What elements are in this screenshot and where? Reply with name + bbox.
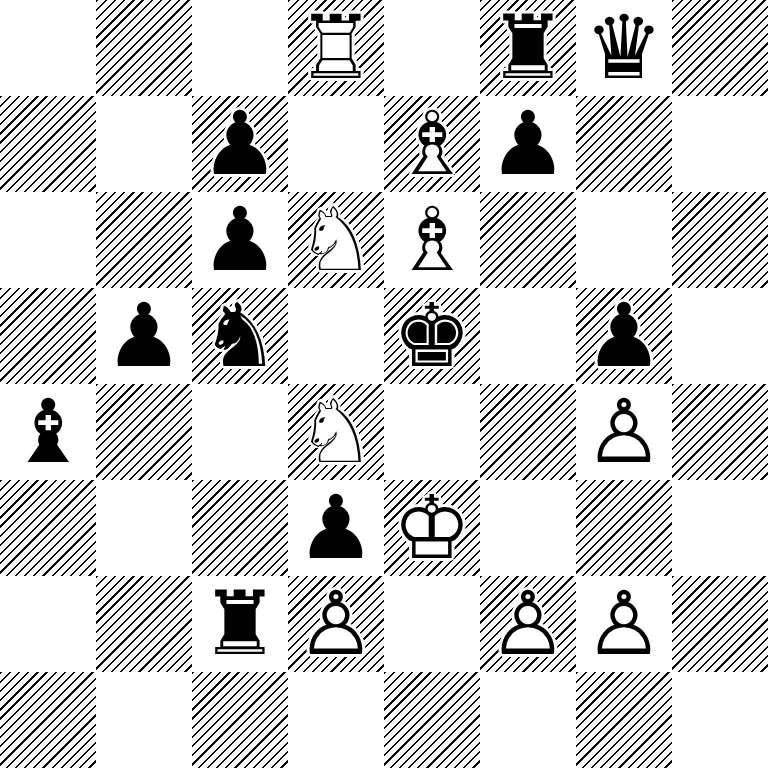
piece-glyph: ♙ bbox=[576, 384, 672, 480]
piece-black-pawn[interactable]: ♟♟ bbox=[288, 480, 384, 576]
square-d7[interactable] bbox=[288, 96, 384, 192]
square-a6[interactable] bbox=[0, 192, 96, 288]
square-f7[interactable]: ♟♟ bbox=[480, 96, 576, 192]
square-e5[interactable]: ♚♚ bbox=[384, 288, 480, 384]
square-h3[interactable] bbox=[672, 480, 768, 576]
square-g3[interactable] bbox=[576, 480, 672, 576]
square-g5[interactable]: ♟♟ bbox=[576, 288, 672, 384]
piece-black-rook[interactable]: ♜♜ bbox=[480, 0, 576, 96]
square-d2[interactable]: ♟♙ bbox=[288, 576, 384, 672]
piece-white-knight[interactable]: ♞♘ bbox=[288, 192, 384, 288]
piece-glyph: ♛ bbox=[576, 0, 672, 96]
square-g6[interactable] bbox=[576, 192, 672, 288]
piece-white-pawn[interactable]: ♟♙ bbox=[576, 384, 672, 480]
square-f1[interactable] bbox=[480, 672, 576, 768]
square-h7[interactable] bbox=[672, 96, 768, 192]
piece-glyph: ♙ bbox=[288, 576, 384, 672]
square-d8[interactable]: ♜♖ bbox=[288, 0, 384, 96]
square-c2[interactable]: ♜♜ bbox=[192, 576, 288, 672]
piece-white-knight[interactable]: ♞♘ bbox=[288, 384, 384, 480]
square-h8[interactable] bbox=[672, 0, 768, 96]
piece-glyph: ♚ bbox=[384, 288, 480, 384]
piece-glyph: ♗ bbox=[384, 96, 480, 192]
piece-black-pawn[interactable]: ♟♟ bbox=[480, 96, 576, 192]
square-f8[interactable]: ♜♜ bbox=[480, 0, 576, 96]
square-g4[interactable]: ♟♙ bbox=[576, 384, 672, 480]
chess-board: ♜♖♜♜♛♛♟♟♝♗♟♟♟♟♞♘♝♗♟♟♞♞♚♚♟♟♝♝♞♘♟♙♟♟♚♔♜♜♟♙… bbox=[0, 0, 768, 768]
square-b1[interactable] bbox=[96, 672, 192, 768]
square-e8[interactable] bbox=[384, 0, 480, 96]
square-g2[interactable]: ♟♙ bbox=[576, 576, 672, 672]
square-a3[interactable] bbox=[0, 480, 96, 576]
square-b8[interactable] bbox=[96, 0, 192, 96]
square-a8[interactable] bbox=[0, 0, 96, 96]
piece-black-king[interactable]: ♚♚ bbox=[384, 288, 480, 384]
square-f5[interactable] bbox=[480, 288, 576, 384]
piece-glyph: ♖ bbox=[288, 0, 384, 96]
piece-black-pawn[interactable]: ♟♟ bbox=[96, 288, 192, 384]
piece-black-rook[interactable]: ♜♜ bbox=[192, 576, 288, 672]
piece-glyph: ♟ bbox=[576, 288, 672, 384]
piece-white-bishop[interactable]: ♝♗ bbox=[384, 192, 480, 288]
piece-white-pawn[interactable]: ♟♙ bbox=[288, 576, 384, 672]
square-f4[interactable] bbox=[480, 384, 576, 480]
piece-glyph: ♟ bbox=[96, 288, 192, 384]
piece-glyph: ♘ bbox=[288, 384, 384, 480]
square-a2[interactable] bbox=[0, 576, 96, 672]
square-d5[interactable] bbox=[288, 288, 384, 384]
square-e3[interactable]: ♚♔ bbox=[384, 480, 480, 576]
square-b5[interactable]: ♟♟ bbox=[96, 288, 192, 384]
piece-glyph: ♟ bbox=[192, 96, 288, 192]
piece-glyph: ♔ bbox=[384, 480, 480, 576]
square-d6[interactable]: ♞♘ bbox=[288, 192, 384, 288]
square-c8[interactable] bbox=[192, 0, 288, 96]
piece-black-pawn[interactable]: ♟♟ bbox=[576, 288, 672, 384]
piece-glyph: ♟ bbox=[480, 96, 576, 192]
square-g1[interactable] bbox=[576, 672, 672, 768]
square-f2[interactable]: ♟♙ bbox=[480, 576, 576, 672]
square-a1[interactable] bbox=[0, 672, 96, 768]
square-h4[interactable] bbox=[672, 384, 768, 480]
square-c4[interactable] bbox=[192, 384, 288, 480]
square-f6[interactable] bbox=[480, 192, 576, 288]
piece-black-pawn[interactable]: ♟♟ bbox=[192, 96, 288, 192]
square-b4[interactable] bbox=[96, 384, 192, 480]
piece-black-pawn[interactable]: ♟♟ bbox=[192, 192, 288, 288]
square-d3[interactable]: ♟♟ bbox=[288, 480, 384, 576]
piece-black-knight[interactable]: ♞♞ bbox=[192, 288, 288, 384]
piece-white-king[interactable]: ♚♔ bbox=[384, 480, 480, 576]
square-c1[interactable] bbox=[192, 672, 288, 768]
square-a7[interactable] bbox=[0, 96, 96, 192]
square-e2[interactable] bbox=[384, 576, 480, 672]
square-c7[interactable]: ♟♟ bbox=[192, 96, 288, 192]
square-d4[interactable]: ♞♘ bbox=[288, 384, 384, 480]
square-b7[interactable] bbox=[96, 96, 192, 192]
piece-glyph: ♘ bbox=[288, 192, 384, 288]
square-b3[interactable] bbox=[96, 480, 192, 576]
square-e4[interactable] bbox=[384, 384, 480, 480]
square-e1[interactable] bbox=[384, 672, 480, 768]
square-b2[interactable] bbox=[96, 576, 192, 672]
piece-glyph: ♜ bbox=[480, 0, 576, 96]
piece-glyph: ♙ bbox=[576, 576, 672, 672]
piece-glyph: ♟ bbox=[288, 480, 384, 576]
square-e7[interactable]: ♝♗ bbox=[384, 96, 480, 192]
square-h2[interactable] bbox=[672, 576, 768, 672]
square-b6[interactable] bbox=[96, 192, 192, 288]
piece-glyph: ♙ bbox=[480, 576, 576, 672]
piece-glyph: ♗ bbox=[384, 192, 480, 288]
square-h6[interactable] bbox=[672, 192, 768, 288]
square-g7[interactable] bbox=[576, 96, 672, 192]
square-h5[interactable] bbox=[672, 288, 768, 384]
piece-glyph: ♜ bbox=[192, 576, 288, 672]
square-d1[interactable] bbox=[288, 672, 384, 768]
square-h1[interactable] bbox=[672, 672, 768, 768]
piece-black-bishop[interactable]: ♝♝ bbox=[0, 384, 96, 480]
piece-black-queen[interactable]: ♛♛ bbox=[576, 0, 672, 96]
piece-white-pawn[interactable]: ♟♙ bbox=[576, 576, 672, 672]
square-g8[interactable]: ♛♛ bbox=[576, 0, 672, 96]
square-f3[interactable] bbox=[480, 480, 576, 576]
square-c5[interactable]: ♞♞ bbox=[192, 288, 288, 384]
piece-white-bishop[interactable]: ♝♗ bbox=[384, 96, 480, 192]
square-c3[interactable] bbox=[192, 480, 288, 576]
piece-glyph: ♝ bbox=[0, 384, 96, 480]
square-c6[interactable]: ♟♟ bbox=[192, 192, 288, 288]
piece-white-pawn[interactable]: ♟♙ bbox=[480, 576, 576, 672]
square-a5[interactable] bbox=[0, 288, 96, 384]
piece-glyph: ♟ bbox=[192, 192, 288, 288]
square-e6[interactable]: ♝♗ bbox=[384, 192, 480, 288]
piece-white-rook[interactable]: ♜♖ bbox=[288, 0, 384, 96]
square-a4[interactable]: ♝♝ bbox=[0, 384, 96, 480]
piece-glyph: ♞ bbox=[192, 288, 288, 384]
